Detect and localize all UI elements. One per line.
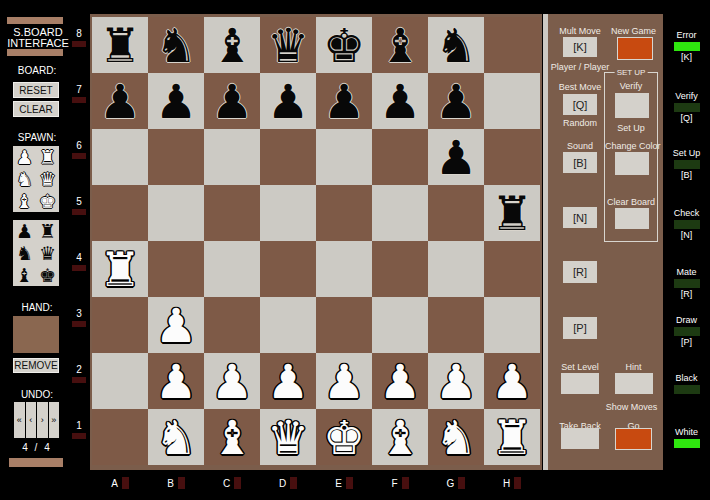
rank-2-label: 2 <box>70 353 88 409</box>
file-h-led <box>514 477 521 489</box>
black-king-icon: ♚ <box>39 266 56 285</box>
sound-label: Sound <box>548 141 612 151</box>
new-game-label: New Game <box>604 26 663 36</box>
file-b-letter: B <box>167 478 174 489</box>
file-e-letter: E <box>335 478 342 489</box>
white-knight-icon: ♞ <box>16 170 33 189</box>
piece-white-queen: ♛ <box>267 414 309 461</box>
piece-black-pawn: ♟ <box>379 78 421 125</box>
square-d1[interactable]: ♛ <box>260 409 316 465</box>
file-d-letter: D <box>279 478 286 489</box>
square-c3[interactable] <box>204 297 260 353</box>
new-game-button[interactable] <box>617 37 653 60</box>
status-set-up: Set Up[B] <box>663 149 710 180</box>
status-draw: Draw[P] <box>663 316 710 347</box>
mult-move-label: Mult Move <box>548 26 612 36</box>
square-g7[interactable]: ♟ <box>428 73 484 129</box>
set-up-key-label: [B] <box>663 171 710 180</box>
sidebar-bottom-bar <box>9 458 63 467</box>
square-d7[interactable]: ♟ <box>260 73 316 129</box>
clear-board-label: Clear Board <box>605 197 657 207</box>
verify-key-label: [Q] <box>663 114 710 123</box>
square-g5[interactable] <box>428 185 484 241</box>
rank-6-number: 6 <box>76 141 82 151</box>
piece-black-pawn: ♟ <box>267 78 309 125</box>
random-label: Random <box>548 118 612 128</box>
app-title: S.BOARD INTERFACE <box>0 27 76 49</box>
square-g4[interactable] <box>428 241 484 297</box>
piece-black-rook: ♜ <box>99 22 141 69</box>
file-a-led <box>122 477 129 489</box>
hint-button[interactable] <box>615 373 653 394</box>
file-f-led <box>402 477 409 489</box>
spawn-black-rook-button[interactable]: ♜ <box>36 220 59 242</box>
piece-white-pawn: ♟ <box>323 358 365 405</box>
piece-white-pawn: ♟ <box>379 358 421 405</box>
undo-controls: «‹›» <box>14 402 59 438</box>
app-title-line2: INTERFACE <box>0 38 76 49</box>
chess-board: ♜♞♝♛♚♝♞♟♟♟♟♟♟♟♟♜♜♟♟♟♟♟♟♟♟♞♝♛♚♝♞♜ <box>92 17 540 465</box>
rank-4-led <box>72 265 86 271</box>
piece-white-knight: ♞ <box>435 414 477 461</box>
draw-key-label: [P] <box>663 338 710 347</box>
black-label: Black <box>663 374 710 383</box>
piece-white-pawn: ♟ <box>155 358 197 405</box>
hint-label: Hint <box>604 362 663 372</box>
white-rook-icon: ♜ <box>39 148 56 167</box>
file-e-led <box>346 477 353 489</box>
remove-button[interactable]: REMOVE <box>13 358 59 373</box>
file-c-led <box>234 477 241 489</box>
set-up-led <box>674 160 700 169</box>
square-f4[interactable] <box>372 241 428 297</box>
square-d8[interactable]: ♛ <box>260 17 316 73</box>
go-button[interactable] <box>615 428 652 450</box>
rank-5-led <box>72 209 86 215</box>
black-knight-icon: ♞ <box>16 244 33 263</box>
file-labels: ABCDEFGH <box>92 474 540 492</box>
square-f7[interactable]: ♟ <box>372 73 428 129</box>
set-up-label: Set Up <box>663 149 710 158</box>
square-b7[interactable]: ♟ <box>148 73 204 129</box>
key-n-button[interactable]: [N] <box>563 207 597 228</box>
square-d4[interactable] <box>260 241 316 297</box>
white-bishop-icon: ♝ <box>16 192 33 211</box>
rank-3-led <box>72 321 86 327</box>
file-e-label: E <box>316 474 372 492</box>
rank-6-label: 6 <box>70 129 88 185</box>
piece-black-bishop: ♝ <box>211 22 253 69</box>
piece-white-pawn: ♟ <box>211 358 253 405</box>
verify-led <box>674 103 700 112</box>
piece-white-king: ♚ <box>323 414 365 461</box>
rank-8-number: 8 <box>76 29 82 39</box>
black-bishop-icon: ♝ <box>16 266 33 285</box>
piece-white-bishop: ♝ <box>379 414 421 461</box>
square-f3[interactable] <box>372 297 428 353</box>
square-g3[interactable] <box>428 297 484 353</box>
square-c5[interactable] <box>204 185 260 241</box>
check-led <box>674 220 700 229</box>
file-f-label: F <box>372 474 428 492</box>
change-color-button[interactable] <box>615 152 649 175</box>
spawn-white-queen-button[interactable]: ♛ <box>36 168 59 190</box>
file-h-label: H <box>484 474 540 492</box>
piece-black-bishop: ♝ <box>379 22 421 69</box>
square-f5[interactable] <box>372 185 428 241</box>
square-a5[interactable] <box>92 185 148 241</box>
piece-white-pawn: ♟ <box>267 358 309 405</box>
player-player-label: Player / Player <box>544 62 616 72</box>
square-h2[interactable]: ♟ <box>484 353 540 409</box>
check-key-label: [N] <box>663 231 710 240</box>
spawn-white-panel: ♟♜♞♛♝♚ <box>13 146 59 212</box>
square-a6[interactable] <box>92 129 148 185</box>
spawn-white-knight-button[interactable]: ♞ <box>13 168 36 190</box>
white-king-icon: ♚ <box>39 192 56 211</box>
black-queen-icon: ♛ <box>39 244 56 263</box>
verify-button[interactable] <box>615 93 649 118</box>
piece-black-pawn: ♟ <box>99 78 141 125</box>
square-e7[interactable]: ♟ <box>316 73 372 129</box>
change-color-label: Change Color <box>605 141 657 151</box>
file-c-label: C <box>204 474 260 492</box>
spawn-white-rook-button[interactable]: ♜ <box>36 146 59 168</box>
file-g-label: G <box>428 474 484 492</box>
undo-forward-button[interactable]: › <box>37 402 48 438</box>
undo-first-button[interactable]: « <box>14 402 25 438</box>
rank-1-led <box>72 433 86 439</box>
square-g8[interactable]: ♞ <box>428 17 484 73</box>
best-move-label: Best Move <box>548 82 612 92</box>
square-d2[interactable]: ♟ <box>260 353 316 409</box>
square-c4[interactable] <box>204 241 260 297</box>
square-a7[interactable]: ♟ <box>92 73 148 129</box>
error-key-label: [K] <box>663 53 710 62</box>
square-h5[interactable]: ♜ <box>484 185 540 241</box>
spawn-black-pawn-button[interactable]: ♟ <box>13 220 36 242</box>
square-d3[interactable] <box>260 297 316 353</box>
rank-7-number: 7 <box>76 85 82 95</box>
board-frame: ♜♞♝♛♚♝♞♟♟♟♟♟♟♟♟♜♜♟♟♟♟♟♟♟♟♞♝♛♚♝♞♜ <box>90 14 542 470</box>
piece-white-pawn: ♟ <box>155 302 197 349</box>
square-f6[interactable] <box>372 129 428 185</box>
rank-labels: 87654321 <box>70 17 88 465</box>
piece-black-pawn: ♟ <box>323 78 365 125</box>
board-section-label: BOARD: <box>0 65 74 76</box>
rank-8-led <box>72 41 86 47</box>
white-pawn-icon: ♟ <box>16 148 33 167</box>
square-b5[interactable] <box>148 185 204 241</box>
white-label: White <box>663 428 710 437</box>
square-e3[interactable] <box>316 297 372 353</box>
square-h8[interactable] <box>484 17 540 73</box>
square-e2[interactable]: ♟ <box>316 353 372 409</box>
rank-4-label: 4 <box>70 241 88 297</box>
piece-black-king: ♚ <box>323 22 365 69</box>
chess-computer-interface: S.BOARD INTERFACE BOARD: RESET CLEAR SPA… <box>0 0 710 500</box>
piece-black-pawn: ♟ <box>435 134 477 181</box>
white-queen-icon: ♛ <box>39 170 56 189</box>
piece-black-rook: ♜ <box>491 190 533 237</box>
spawn-section-label: SPAWN: <box>0 132 74 143</box>
key-q-button[interactable]: [Q] <box>563 94 597 115</box>
square-h1[interactable]: ♜ <box>484 409 540 465</box>
piece-black-pawn: ♟ <box>211 78 253 125</box>
square-e6[interactable] <box>316 129 372 185</box>
square-c1[interactable]: ♝ <box>204 409 260 465</box>
piece-black-knight: ♞ <box>155 22 197 69</box>
undo-back-button[interactable]: ‹ <box>26 402 37 438</box>
black-rook-icon: ♜ <box>39 222 56 241</box>
square-h4[interactable] <box>484 241 540 297</box>
sidebar-divider-bar <box>7 49 63 56</box>
square-h7[interactable] <box>484 73 540 129</box>
mate-key-label: [R] <box>663 290 710 299</box>
square-h6[interactable] <box>484 129 540 185</box>
piece-black-knight: ♞ <box>435 22 477 69</box>
rank-1-number: 1 <box>76 421 82 431</box>
file-g-led <box>458 477 465 489</box>
black-pawn-icon: ♟ <box>16 222 33 241</box>
square-f1[interactable]: ♝ <box>372 409 428 465</box>
set-up-label: Set Up <box>605 123 657 133</box>
set-level-label: Set Level <box>548 362 612 372</box>
status-black: Black <box>663 374 710 394</box>
mate-led <box>674 279 700 288</box>
undo-last-button[interactable]: » <box>49 402 60 438</box>
square-c2[interactable]: ♟ <box>204 353 260 409</box>
hand-square[interactable] <box>13 316 59 353</box>
take-back-button[interactable] <box>561 428 599 449</box>
check-label: Check <box>663 209 710 218</box>
file-f-letter: F <box>391 478 397 489</box>
piece-white-rook: ♜ <box>99 246 141 293</box>
status-led-panel: Error[K]Verify[Q]Set Up[B]Check[N]Mate[R… <box>663 0 710 500</box>
sidebar-top-bar <box>7 17 63 24</box>
square-e1[interactable]: ♚ <box>316 409 372 465</box>
verify-label: Verify <box>663 92 710 101</box>
file-c-letter: C <box>223 478 230 489</box>
square-b8[interactable]: ♞ <box>148 17 204 73</box>
set-level-button[interactable] <box>561 373 599 394</box>
piece-black-queen: ♛ <box>267 22 309 69</box>
rank-5-number: 5 <box>76 197 82 207</box>
piece-white-bishop: ♝ <box>211 414 253 461</box>
rank-5-label: 5 <box>70 185 88 241</box>
spawn-white-king-button[interactable]: ♚ <box>36 190 59 212</box>
square-g6[interactable]: ♟ <box>428 129 484 185</box>
rank-8-label: 8 <box>70 17 88 73</box>
square-b4[interactable] <box>148 241 204 297</box>
clear-board-button[interactable] <box>615 208 649 229</box>
rank-2-led <box>72 377 86 383</box>
draw-led <box>674 327 700 336</box>
status-white: White <box>663 428 710 448</box>
spawn-black-knight-button[interactable]: ♞ <box>13 242 36 264</box>
verify-label: Verify <box>605 81 657 91</box>
white-led <box>674 439 700 448</box>
status-error: Error[K] <box>663 31 710 62</box>
piece-black-pawn: ♟ <box>435 78 477 125</box>
file-h-letter: H <box>503 478 510 489</box>
undo-section-label: UNDO: <box>0 389 74 400</box>
square-a8[interactable]: ♜ <box>92 17 148 73</box>
square-a2[interactable] <box>92 353 148 409</box>
square-c7[interactable]: ♟ <box>204 73 260 129</box>
square-c8[interactable]: ♝ <box>204 17 260 73</box>
key-b-button[interactable]: [B] <box>563 152 597 173</box>
square-b2[interactable]: ♟ <box>148 353 204 409</box>
square-h3[interactable] <box>484 297 540 353</box>
piece-white-knight: ♞ <box>155 414 197 461</box>
square-a4[interactable]: ♜ <box>92 241 148 297</box>
spawn-black-panel: ♟♜♞♛♝♚ <box>13 220 59 286</box>
key-k-button[interactable]: [K] <box>563 37 597 57</box>
rank-3-label: 3 <box>70 297 88 353</box>
square-g2[interactable]: ♟ <box>428 353 484 409</box>
undo-counter: 4 / 4 <box>0 442 74 453</box>
error-led <box>674 42 700 51</box>
piece-black-pawn: ♟ <box>155 78 197 125</box>
spawn-white-bishop-button[interactable]: ♝ <box>13 190 36 212</box>
rank-3-number: 3 <box>76 309 82 319</box>
file-g-letter: G <box>447 478 455 489</box>
square-e5[interactable] <box>316 185 372 241</box>
square-b6[interactable] <box>148 129 204 185</box>
hand-section-label: HAND: <box>0 302 74 313</box>
rank-7-led <box>72 97 86 103</box>
square-c6[interactable] <box>204 129 260 185</box>
status-verify: Verify[Q] <box>663 92 710 123</box>
square-g1[interactable]: ♞ <box>428 409 484 465</box>
rank-4-number: 4 <box>76 253 82 263</box>
piece-white-rook: ♜ <box>491 414 533 461</box>
status-mate: Mate[R] <box>663 268 710 299</box>
file-b-led <box>178 477 185 489</box>
draw-label: Draw <box>663 316 710 325</box>
rank-2-number: 2 <box>76 365 82 375</box>
square-b3[interactable]: ♟ <box>148 297 204 353</box>
rank-1-label: 1 <box>70 409 88 465</box>
spawn-black-bishop-button[interactable]: ♝ <box>13 264 36 286</box>
square-f8[interactable]: ♝ <box>372 17 428 73</box>
control-panel: Mult Move [K] Player / Player Best Move … <box>548 14 663 470</box>
square-e8[interactable]: ♚ <box>316 17 372 73</box>
square-f2[interactable]: ♟ <box>372 353 428 409</box>
file-d-led <box>290 477 297 489</box>
file-d-label: D <box>260 474 316 492</box>
setup-group: SET UP Verify Set Up Change Color Clear … <box>604 72 658 242</box>
square-b1[interactable]: ♞ <box>148 409 204 465</box>
piece-white-pawn: ♟ <box>491 358 533 405</box>
square-a1[interactable] <box>92 409 148 465</box>
clear-button[interactable]: CLEAR <box>13 101 59 117</box>
file-a-letter: A <box>111 478 118 489</box>
reset-button[interactable]: RESET <box>13 82 59 98</box>
error-label: Error <box>663 31 710 40</box>
key-r-button[interactable]: [R] <box>563 261 597 283</box>
square-d5[interactable] <box>260 185 316 241</box>
key-p-button[interactable]: [P] <box>563 317 597 339</box>
black-led <box>674 385 700 394</box>
rank-6-led <box>72 153 86 159</box>
show-moves-label: Show Moves <box>600 402 663 412</box>
status-check: Check[N] <box>663 209 710 240</box>
square-e4[interactable] <box>316 241 372 297</box>
file-b-label: B <box>148 474 204 492</box>
piece-white-pawn: ♟ <box>435 358 477 405</box>
spawn-black-queen-button[interactable]: ♛ <box>36 242 59 264</box>
setup-group-label: SET UP <box>615 68 648 77</box>
file-a-label: A <box>92 474 148 492</box>
rank-7-label: 7 <box>70 73 88 129</box>
spawn-white-pawn-button[interactable]: ♟ <box>13 146 36 168</box>
spawn-black-king-button[interactable]: ♚ <box>36 264 59 286</box>
square-a3[interactable] <box>92 297 148 353</box>
square-d6[interactable] <box>260 129 316 185</box>
mate-label: Mate <box>663 268 710 277</box>
